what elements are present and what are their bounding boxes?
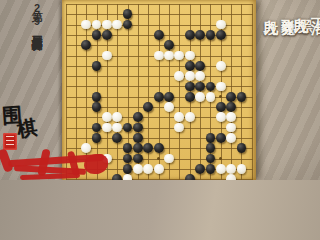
white-stone [216,82,226,92]
black-stone [216,30,226,40]
black-stone [123,123,133,133]
grid-line-vertical [252,4,253,180]
white-stone [81,20,91,30]
black-stone [185,174,195,180]
white-stone [154,164,164,174]
white-stone [195,92,205,102]
black-stone [226,102,236,112]
black-stone [123,20,133,30]
black-stone [143,143,153,153]
white-stone [154,51,164,61]
white-stone [226,174,236,180]
black-stone [185,92,195,102]
grid-line-horizontal [66,179,253,180]
black-stone [206,30,216,40]
black-stone [92,61,102,71]
grid-line-vertical [179,4,180,180]
white-stone [185,71,195,81]
white-stone [164,102,174,112]
black-stone [195,61,205,71]
black-stone [154,92,164,102]
white-stone [174,51,184,61]
white-stone [92,20,102,30]
black-stone [206,133,216,143]
white-stone [133,164,143,174]
white-stone [143,164,153,174]
black-stone [185,82,195,92]
go-board [62,0,256,180]
white-stone [81,143,91,153]
white-stone [102,20,112,30]
black-stone [133,143,143,153]
black-stone [195,30,205,40]
black-stone [123,164,133,174]
black-stone [216,102,226,112]
black-stone [195,164,205,174]
black-stone [216,133,226,143]
black-stone [133,154,143,164]
white-stone [195,71,205,81]
white-stone [216,20,226,30]
black-stone [123,154,133,164]
star-point [219,95,222,98]
white-stone [112,112,122,122]
black-stone [206,143,216,153]
grid-line-vertical [86,4,87,180]
white-stone [102,123,112,133]
black-stone [112,133,122,143]
white-stone [102,112,112,122]
white-stone [216,112,226,122]
white-stone [174,112,184,122]
grid-line-vertical [66,4,67,180]
white-stone [226,133,236,143]
black-stone [164,92,174,102]
white-stone [112,123,122,133]
black-stone [185,61,195,71]
black-stone [237,92,247,102]
black-stone [123,9,133,19]
black-stone [206,82,216,92]
black-stone [185,30,195,40]
black-player-rank: 九段 [262,8,279,27]
black-stone [133,112,143,122]
white-stone [226,112,236,122]
white-stone [174,123,184,133]
black-stone [143,102,153,112]
black-stone [81,40,91,50]
black-stone [92,30,102,40]
grid-line-vertical [76,4,77,180]
white-stone [216,164,226,174]
video-thumbnail: { "game": "go", "title": "第29届三星杯世界大师赛决赛… [0,0,320,180]
white-stone [226,164,236,174]
white-stone [226,123,236,133]
black-stone [92,123,102,133]
white-stone [112,20,122,30]
black-stone [206,164,216,174]
black-stone [154,30,164,40]
black-stone [237,143,247,153]
white-player-column: 白 丁浩 九段 [292,6,320,31]
white-stone [185,51,195,61]
black-stone [226,92,236,102]
black-stone [133,123,143,133]
black-stone [102,30,112,40]
white-stone [123,174,133,180]
black-stone [92,102,102,112]
white-stone [102,51,112,61]
black-stone [154,143,164,153]
white-stone [237,164,247,174]
white-stone [216,61,226,71]
star-point [219,157,222,160]
black-stone [195,82,205,92]
black-stone [92,92,102,102]
black-stone [92,133,102,143]
white-stone [174,71,184,81]
red-seal-stamp [3,133,17,150]
white-stone [164,154,174,164]
black-stone [112,174,122,180]
white-stone [185,112,195,122]
black-stone [123,143,133,153]
white-player-name: 丁浩 [309,6,320,10]
white-player-rank: 九段 [292,6,309,31]
black-stone [133,133,143,143]
black-stone [164,40,174,50]
white-stone [164,51,174,61]
star-point [157,157,160,160]
white-stone [206,92,216,102]
grid-line-vertical [148,4,149,180]
grid-line-vertical [117,4,118,180]
black-stone [206,154,216,164]
